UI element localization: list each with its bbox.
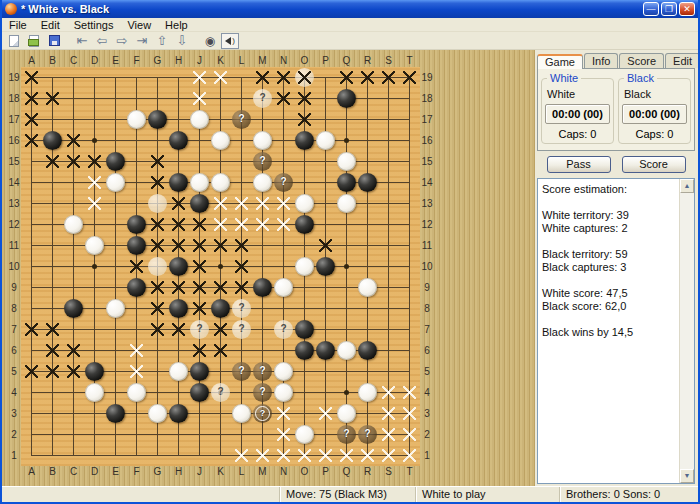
board-cell-O12[interactable] <box>294 214 315 235</box>
board-cell-A13[interactable] <box>21 193 42 214</box>
board-cell-R14[interactable] <box>357 172 378 193</box>
board-cell-T4[interactable] <box>399 382 420 403</box>
board-cell-B17[interactable] <box>42 109 63 130</box>
board-cell-N7[interactable]: ? <box>273 319 294 340</box>
open-file-button[interactable] <box>25 33 43 49</box>
board-cell-J13[interactable] <box>189 193 210 214</box>
board-cell-H2[interactable] <box>168 424 189 445</box>
board-cell-H1[interactable] <box>168 445 189 466</box>
board-cell-S17[interactable] <box>378 109 399 130</box>
board-cell-J17[interactable] <box>189 109 210 130</box>
board-cell-H5[interactable] <box>168 361 189 382</box>
board-cell-T18[interactable] <box>399 88 420 109</box>
board-cell-G2[interactable] <box>147 424 168 445</box>
board-cell-F17[interactable] <box>126 109 147 130</box>
board-cell-Q11[interactable] <box>336 235 357 256</box>
board-cell-G3[interactable] <box>147 403 168 424</box>
board-cell-T9[interactable] <box>399 277 420 298</box>
board-cell-N16[interactable] <box>273 130 294 151</box>
board-cell-L1[interactable] <box>231 445 252 466</box>
board-cell-T17[interactable] <box>399 109 420 130</box>
board-cell-M11[interactable] <box>252 235 273 256</box>
board-cell-C7[interactable] <box>63 319 84 340</box>
board-cell-J3[interactable] <box>189 403 210 424</box>
board-cell-R5[interactable] <box>357 361 378 382</box>
board-cell-E5[interactable] <box>105 361 126 382</box>
board-cell-S11[interactable] <box>378 235 399 256</box>
menu-view[interactable]: View <box>120 19 158 31</box>
board-cell-N18[interactable] <box>273 88 294 109</box>
board-cell-A18[interactable] <box>21 88 42 109</box>
board-cell-S6[interactable] <box>378 340 399 361</box>
board-cell-D14[interactable] <box>84 172 105 193</box>
board-cell-N10[interactable] <box>273 256 294 277</box>
board-cell-N4[interactable] <box>273 382 294 403</box>
board-cell-K19[interactable] <box>210 67 231 88</box>
board-cell-N13[interactable] <box>273 193 294 214</box>
board-cell-T6[interactable] <box>399 340 420 361</box>
board-cell-J19[interactable] <box>189 67 210 88</box>
board-cell-T5[interactable] <box>399 361 420 382</box>
board-cell-B12[interactable] <box>42 214 63 235</box>
board-cell-N11[interactable] <box>273 235 294 256</box>
board-cell-E8[interactable] <box>105 298 126 319</box>
board-cell-N8[interactable] <box>273 298 294 319</box>
board-cell-Q7[interactable] <box>336 319 357 340</box>
board-cell-P11[interactable] <box>315 235 336 256</box>
board-cell-Q4[interactable] <box>336 382 357 403</box>
board-cell-N6[interactable] <box>273 340 294 361</box>
board-cell-Q17[interactable] <box>336 109 357 130</box>
board-cell-T13[interactable] <box>399 193 420 214</box>
new-file-button[interactable] <box>5 33 23 49</box>
scroll-up-icon[interactable]: ▲ <box>680 179 694 193</box>
board-cell-O4[interactable] <box>294 382 315 403</box>
board-cell-C14[interactable] <box>63 172 84 193</box>
board-cell-D6[interactable] <box>84 340 105 361</box>
board-cell-B16[interactable] <box>42 130 63 151</box>
board-cell-B5[interactable] <box>42 361 63 382</box>
board-cell-E11[interactable] <box>105 235 126 256</box>
board-cell-O17[interactable] <box>294 109 315 130</box>
board-cell-G14[interactable] <box>147 172 168 193</box>
board-cell-J16[interactable] <box>189 130 210 151</box>
board-cell-M12[interactable] <box>252 214 273 235</box>
menu-edit[interactable]: Edit <box>34 19 67 31</box>
board-cell-B6[interactable] <box>42 340 63 361</box>
board-cell-F12[interactable] <box>126 214 147 235</box>
board-cell-Q10[interactable] <box>336 256 357 277</box>
board-cell-B10[interactable] <box>42 256 63 277</box>
board-cell-M14[interactable] <box>252 172 273 193</box>
board-cell-C13[interactable] <box>63 193 84 214</box>
board-cell-P7[interactable] <box>315 319 336 340</box>
board-cell-M10[interactable] <box>252 256 273 277</box>
board-cell-T10[interactable] <box>399 256 420 277</box>
board-cell-B9[interactable] <box>42 277 63 298</box>
board-cell-E2[interactable] <box>105 424 126 445</box>
board-cell-R15[interactable] <box>357 151 378 172</box>
board-cell-B4[interactable] <box>42 382 63 403</box>
board-cell-G17[interactable] <box>147 109 168 130</box>
board-cell-A17[interactable] <box>21 109 42 130</box>
board-cell-N14[interactable]: ? <box>273 172 294 193</box>
board-cell-R3[interactable] <box>357 403 378 424</box>
board-cell-G16[interactable] <box>147 130 168 151</box>
board-cell-M2[interactable] <box>252 424 273 445</box>
board-cell-A2[interactable] <box>21 424 42 445</box>
board-cell-B13[interactable] <box>42 193 63 214</box>
sound-button[interactable]: ) <box>221 33 239 49</box>
board-cell-C11[interactable] <box>63 235 84 256</box>
board-cell-S5[interactable] <box>378 361 399 382</box>
board-cell-S19[interactable] <box>378 67 399 88</box>
board-cell-T19[interactable] <box>399 67 420 88</box>
board-cell-E4[interactable] <box>105 382 126 403</box>
board-cell-S14[interactable] <box>378 172 399 193</box>
board-cell-S8[interactable] <box>378 298 399 319</box>
first-move-button[interactable]: ⇤ <box>73 33 91 49</box>
board-cell-E7[interactable] <box>105 319 126 340</box>
board-cell-N15[interactable] <box>273 151 294 172</box>
board-cell-R1[interactable] <box>357 445 378 466</box>
board-cell-D19[interactable] <box>84 67 105 88</box>
next-move-button[interactable]: ⇨ <box>113 33 131 49</box>
board-cell-B8[interactable] <box>42 298 63 319</box>
board-cell-C17[interactable] <box>63 109 84 130</box>
score-mode-button[interactable]: ◉ <box>201 33 219 49</box>
board-cell-C15[interactable] <box>63 151 84 172</box>
board-cell-L5[interactable]: ? <box>231 361 252 382</box>
board-cell-F15[interactable] <box>126 151 147 172</box>
board-cell-Q2[interactable]: ? <box>336 424 357 445</box>
board-cell-L6[interactable] <box>231 340 252 361</box>
board-cell-C18[interactable] <box>63 88 84 109</box>
board-cell-C9[interactable] <box>63 277 84 298</box>
board-cell-K6[interactable] <box>210 340 231 361</box>
board-cell-D8[interactable] <box>84 298 105 319</box>
board-cell-A6[interactable] <box>21 340 42 361</box>
board-cell-E12[interactable] <box>105 214 126 235</box>
board-cell-N9[interactable] <box>273 277 294 298</box>
board-cell-E18[interactable] <box>105 88 126 109</box>
last-move-button[interactable]: ⇥ <box>133 33 151 49</box>
board-cell-C16[interactable] <box>63 130 84 151</box>
board-cell-J1[interactable] <box>189 445 210 466</box>
board-cell-F18[interactable] <box>126 88 147 109</box>
board-cell-K4[interactable]: ? <box>210 382 231 403</box>
board-cell-E16[interactable] <box>105 130 126 151</box>
board-cell-E10[interactable] <box>105 256 126 277</box>
board-cell-A3[interactable] <box>21 403 42 424</box>
board-cell-L4[interactable] <box>231 382 252 403</box>
board-cell-N2[interactable] <box>273 424 294 445</box>
board-cell-G12[interactable] <box>147 214 168 235</box>
board-cell-K1[interactable] <box>210 445 231 466</box>
board-cell-P15[interactable] <box>315 151 336 172</box>
board-cell-R10[interactable] <box>357 256 378 277</box>
board-cell-D2[interactable] <box>84 424 105 445</box>
board-cell-N12[interactable] <box>273 214 294 235</box>
board-cell-H13[interactable] <box>168 193 189 214</box>
board-cell-H12[interactable] <box>168 214 189 235</box>
board-cell-C1[interactable] <box>63 445 84 466</box>
board-cell-T3[interactable] <box>399 403 420 424</box>
board-cell-M5[interactable]: ? <box>252 361 273 382</box>
board-cell-R18[interactable] <box>357 88 378 109</box>
board-cell-M3[interactable]: ? <box>252 403 273 424</box>
board-cell-P9[interactable] <box>315 277 336 298</box>
board-cell-F9[interactable] <box>126 277 147 298</box>
board-cell-J5[interactable] <box>189 361 210 382</box>
board-cell-A7[interactable] <box>21 319 42 340</box>
board-cell-B7[interactable] <box>42 319 63 340</box>
board-cell-Q12[interactable] <box>336 214 357 235</box>
board-cell-R19[interactable] <box>357 67 378 88</box>
board-cell-O14[interactable] <box>294 172 315 193</box>
board-cell-G13[interactable] <box>147 193 168 214</box>
board-cell-P10[interactable] <box>315 256 336 277</box>
board-cell-P2[interactable] <box>315 424 336 445</box>
board-cell-N5[interactable] <box>273 361 294 382</box>
board-cell-R4[interactable] <box>357 382 378 403</box>
board-cell-H16[interactable] <box>168 130 189 151</box>
board-cell-C8[interactable] <box>63 298 84 319</box>
board-cell-K14[interactable] <box>210 172 231 193</box>
board-cell-B11[interactable] <box>42 235 63 256</box>
board-cell-D5[interactable] <box>84 361 105 382</box>
black-clock-button[interactable]: 00:00 (00) <box>622 104 687 124</box>
board-cell-R7[interactable] <box>357 319 378 340</box>
board-cell-G9[interactable] <box>147 277 168 298</box>
board-cell-G8[interactable] <box>147 298 168 319</box>
white-clock-button[interactable]: 00:00 (00) <box>545 104 610 124</box>
board-cell-K11[interactable] <box>210 235 231 256</box>
board-cell-M9[interactable] <box>252 277 273 298</box>
board-cell-M15[interactable]: ? <box>252 151 273 172</box>
board-cell-J8[interactable] <box>189 298 210 319</box>
board-cell-T16[interactable] <box>399 130 420 151</box>
board-cell-L14[interactable] <box>231 172 252 193</box>
board-cell-A10[interactable] <box>21 256 42 277</box>
board-cell-E17[interactable] <box>105 109 126 130</box>
board-cell-H8[interactable] <box>168 298 189 319</box>
board-cell-S2[interactable] <box>378 424 399 445</box>
board-cell-K12[interactable] <box>210 214 231 235</box>
board-cell-A15[interactable] <box>21 151 42 172</box>
tab-edit[interactable]: Edit <box>665 53 700 68</box>
board-cell-L17[interactable]: ? <box>231 109 252 130</box>
board-cell-H18[interactable] <box>168 88 189 109</box>
board-cell-G4[interactable] <box>147 382 168 403</box>
board-cell-F1[interactable] <box>126 445 147 466</box>
board-cell-L12[interactable] <box>231 214 252 235</box>
board-cell-E1[interactable] <box>105 445 126 466</box>
board-cell-H7[interactable] <box>168 319 189 340</box>
board-cell-E15[interactable] <box>105 151 126 172</box>
board-cell-H3[interactable] <box>168 403 189 424</box>
board-cell-K7[interactable] <box>210 319 231 340</box>
board-cell-T7[interactable] <box>399 319 420 340</box>
board-cell-Q6[interactable] <box>336 340 357 361</box>
board-cell-S1[interactable] <box>378 445 399 466</box>
board-cell-J9[interactable] <box>189 277 210 298</box>
board-cell-L3[interactable] <box>231 403 252 424</box>
board-cell-D11[interactable] <box>84 235 105 256</box>
board-cell-C2[interactable] <box>63 424 84 445</box>
board-cell-K10[interactable] <box>210 256 231 277</box>
board-cell-P4[interactable] <box>315 382 336 403</box>
board-cell-H14[interactable] <box>168 172 189 193</box>
board-cell-O8[interactable] <box>294 298 315 319</box>
board-cell-G19[interactable] <box>147 67 168 88</box>
board-cell-S16[interactable] <box>378 130 399 151</box>
board-cell-D4[interactable] <box>84 382 105 403</box>
board-cell-E9[interactable] <box>105 277 126 298</box>
board-cell-J11[interactable] <box>189 235 210 256</box>
score-estimation-text[interactable]: Score estimation: White territory: 39 Wh… <box>538 179 679 483</box>
board-cell-G1[interactable] <box>147 445 168 466</box>
board-cell-F3[interactable] <box>126 403 147 424</box>
board-cell-F16[interactable] <box>126 130 147 151</box>
board-cell-O6[interactable] <box>294 340 315 361</box>
board-cell-O3[interactable] <box>294 403 315 424</box>
board-cell-P3[interactable] <box>315 403 336 424</box>
board-cell-L18[interactable] <box>231 88 252 109</box>
board-cell-L11[interactable] <box>231 235 252 256</box>
board-cell-H4[interactable] <box>168 382 189 403</box>
board-cell-G10[interactable] <box>147 256 168 277</box>
tab-info[interactable]: Info <box>584 53 618 68</box>
board-cell-H6[interactable] <box>168 340 189 361</box>
board-cell-D10[interactable] <box>84 256 105 277</box>
board-cell-O10[interactable] <box>294 256 315 277</box>
board-cell-O13[interactable] <box>294 193 315 214</box>
board-cell-P19[interactable] <box>315 67 336 88</box>
board-cell-C6[interactable] <box>63 340 84 361</box>
board-cell-R2[interactable]: ? <box>357 424 378 445</box>
board-cell-L7[interactable]: ? <box>231 319 252 340</box>
board-cell-K13[interactable] <box>210 193 231 214</box>
board-cell-L9[interactable] <box>231 277 252 298</box>
tab-game[interactable]: Game <box>537 54 583 69</box>
board-cell-F13[interactable] <box>126 193 147 214</box>
menu-settings[interactable]: Settings <box>67 19 121 31</box>
board-cell-D17[interactable] <box>84 109 105 130</box>
board-cell-P8[interactable] <box>315 298 336 319</box>
board-cell-T11[interactable] <box>399 235 420 256</box>
board-cell-B1[interactable] <box>42 445 63 466</box>
tab-score[interactable]: Score <box>619 53 664 68</box>
save-button[interactable] <box>45 33 63 49</box>
board-cell-O11[interactable] <box>294 235 315 256</box>
board-cell-P13[interactable] <box>315 193 336 214</box>
board-cell-A11[interactable] <box>21 235 42 256</box>
board-cell-H10[interactable] <box>168 256 189 277</box>
board-cell-C5[interactable] <box>63 361 84 382</box>
board-cell-S13[interactable] <box>378 193 399 214</box>
board-cell-Q14[interactable] <box>336 172 357 193</box>
board-cell-O5[interactable] <box>294 361 315 382</box>
down-variation-button[interactable]: ⇩ <box>173 33 191 49</box>
score-button[interactable]: Score <box>622 156 686 173</box>
menu-file[interactable]: File <box>2 19 34 31</box>
board-cell-H9[interactable] <box>168 277 189 298</box>
board-cell-A5[interactable] <box>21 361 42 382</box>
board-cell-C12[interactable] <box>63 214 84 235</box>
board-cell-D18[interactable] <box>84 88 105 109</box>
board-cell-O19[interactable] <box>294 67 315 88</box>
board-cell-D15[interactable] <box>84 151 105 172</box>
board-cell-Q16[interactable] <box>336 130 357 151</box>
board-cell-C4[interactable] <box>63 382 84 403</box>
board-cell-B19[interactable] <box>42 67 63 88</box>
board-cell-F10[interactable] <box>126 256 147 277</box>
board-cell-N19[interactable] <box>273 67 294 88</box>
board-cell-T14[interactable] <box>399 172 420 193</box>
pass-button[interactable]: Pass <box>547 156 611 173</box>
board-cell-B15[interactable] <box>42 151 63 172</box>
board-cell-A1[interactable] <box>21 445 42 466</box>
board-cell-P18[interactable] <box>315 88 336 109</box>
board-cell-L19[interactable] <box>231 67 252 88</box>
board-cell-D3[interactable] <box>84 403 105 424</box>
comment-scrollbar[interactable]: ▲ ▼ <box>679 179 694 483</box>
board-cell-K9[interactable] <box>210 277 231 298</box>
board-cell-N3[interactable] <box>273 403 294 424</box>
board-cell-Q13[interactable] <box>336 193 357 214</box>
board-cell-Q15[interactable] <box>336 151 357 172</box>
board-cell-S10[interactable] <box>378 256 399 277</box>
board-cell-Q3[interactable] <box>336 403 357 424</box>
board-cell-F5[interactable] <box>126 361 147 382</box>
board-cell-E6[interactable] <box>105 340 126 361</box>
board-cell-P14[interactable] <box>315 172 336 193</box>
board-cell-Q9[interactable] <box>336 277 357 298</box>
board-cell-P6[interactable] <box>315 340 336 361</box>
board-cell-H19[interactable] <box>168 67 189 88</box>
board-cell-B14[interactable] <box>42 172 63 193</box>
board-cell-Q1[interactable] <box>336 445 357 466</box>
board-cell-R12[interactable] <box>357 214 378 235</box>
board-cell-J12[interactable] <box>189 214 210 235</box>
board-cell-D16[interactable] <box>84 130 105 151</box>
board-cell-A14[interactable] <box>21 172 42 193</box>
board-cell-J18[interactable] <box>189 88 210 109</box>
board-cell-K15[interactable] <box>210 151 231 172</box>
board-cell-M19[interactable] <box>252 67 273 88</box>
board-cell-J6[interactable] <box>189 340 210 361</box>
board-cell-K3[interactable] <box>210 403 231 424</box>
up-variation-button[interactable]: ⇧ <box>153 33 171 49</box>
board-cell-J14[interactable] <box>189 172 210 193</box>
board-cell-G18[interactable] <box>147 88 168 109</box>
board-cell-N1[interactable] <box>273 445 294 466</box>
board-cell-L2[interactable] <box>231 424 252 445</box>
board-cell-N17[interactable] <box>273 109 294 130</box>
board-cell-B2[interactable] <box>42 424 63 445</box>
board-cell-T12[interactable] <box>399 214 420 235</box>
board-cell-F4[interactable] <box>126 382 147 403</box>
board-cell-R16[interactable] <box>357 130 378 151</box>
board-cell-S7[interactable] <box>378 319 399 340</box>
board-cell-C19[interactable] <box>63 67 84 88</box>
board-cell-K18[interactable] <box>210 88 231 109</box>
menu-help[interactable]: Help <box>158 19 195 31</box>
board-cell-E13[interactable] <box>105 193 126 214</box>
board-cell-J7[interactable]: ? <box>189 319 210 340</box>
board-cell-M1[interactable] <box>252 445 273 466</box>
